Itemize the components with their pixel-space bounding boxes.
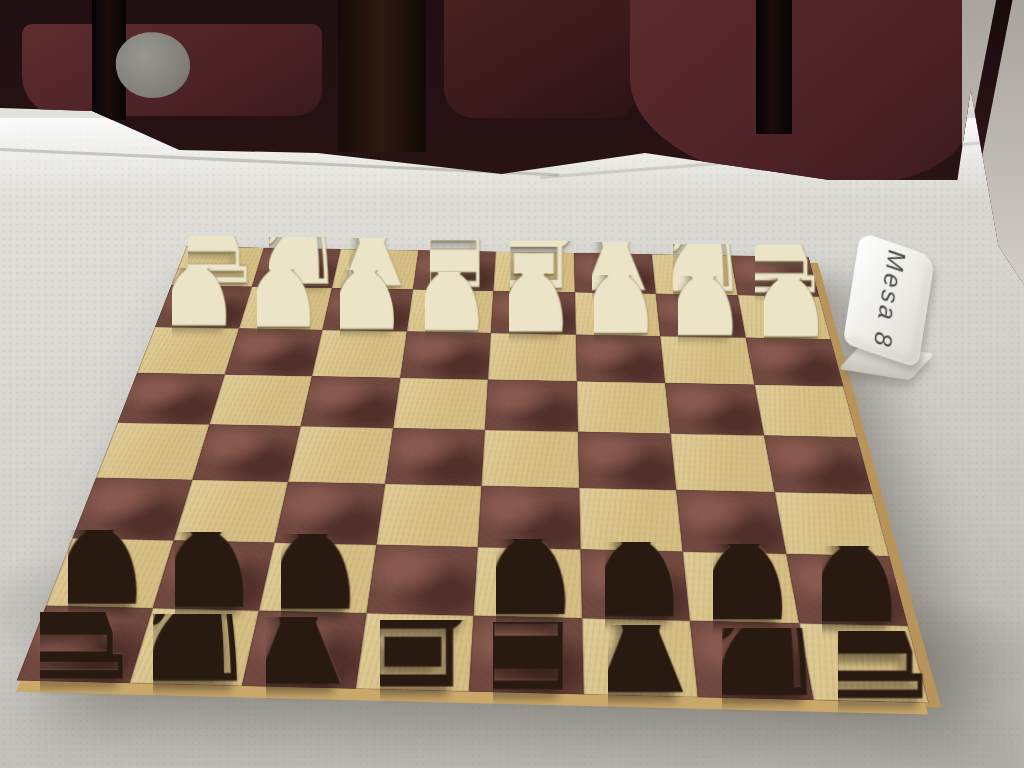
square-h4 [118, 373, 225, 425]
square-e2 [407, 289, 494, 333]
square-b3 [660, 336, 754, 384]
chair-frame-bar [338, 0, 426, 152]
table-number-text: Mesa 8 [867, 246, 910, 354]
square-e6 [376, 484, 482, 548]
square-g2 [239, 286, 332, 330]
square-e7 [366, 545, 478, 616]
square-a1 [730, 256, 819, 297]
square-a2 [737, 295, 830, 339]
square-f5 [288, 426, 392, 483]
square-g7 [152, 540, 274, 610]
square-f4 [301, 376, 400, 428]
chair-cushion [444, 0, 634, 118]
square-c8 [582, 618, 698, 697]
square-b7 [683, 552, 799, 623]
square-b2 [656, 294, 746, 338]
chair-frame-bar [756, 0, 792, 134]
square-a4 [754, 384, 857, 437]
square-c5 [578, 432, 677, 490]
square-h2 [155, 285, 252, 328]
square-a7 [786, 554, 908, 626]
square-b8 [690, 620, 813, 700]
square-e1 [413, 250, 496, 290]
square-f2 [322, 288, 412, 332]
square-b4 [665, 383, 764, 436]
square-h5 [96, 423, 209, 480]
square-c2 [575, 292, 661, 336]
square-d8 [469, 615, 583, 694]
square-d2 [491, 291, 576, 335]
square-e3 [400, 332, 491, 380]
square-b1 [652, 254, 738, 295]
square-a6 [774, 492, 889, 556]
square-c6 [579, 488, 683, 552]
square-f8 [242, 610, 366, 688]
square-g4 [209, 374, 312, 426]
square-f7 [259, 543, 376, 613]
square-a5 [764, 436, 873, 494]
square-d6 [478, 486, 580, 550]
square-a3 [745, 338, 843, 386]
square-g1 [252, 248, 341, 288]
square-c3 [575, 335, 665, 383]
square-g6 [173, 480, 288, 543]
square-f1 [332, 249, 418, 289]
square-h3 [137, 327, 238, 374]
square-b5 [671, 434, 775, 492]
square-d5 [482, 430, 579, 488]
table-number-sign: Mesa 8 [842, 239, 937, 362]
square-c1 [574, 253, 656, 294]
square-h6 [72, 478, 192, 541]
square-d4 [485, 379, 578, 431]
square-c4 [576, 381, 670, 434]
square-e8 [355, 613, 473, 692]
square-c7 [580, 549, 690, 620]
square-g8 [129, 608, 259, 686]
square-a8 [799, 623, 929, 703]
square-g3 [225, 329, 323, 376]
square-e4 [393, 378, 488, 430]
square-f6 [274, 482, 384, 545]
board: ♜♞♝♛♚♝♞♜♟♟♟♟♟♟♟♟♟♟♟♟♟♟♟♜♞♝♚♛♝♞♜ [17, 246, 929, 703]
square-h1 [171, 246, 263, 286]
chair-cushion [630, 0, 970, 186]
square-e5 [385, 428, 485, 486]
square-b6 [676, 490, 785, 554]
square-d7 [474, 547, 582, 618]
square-g5 [192, 424, 301, 481]
square-f3 [312, 330, 406, 378]
square-d1 [493, 252, 574, 292]
square-d3 [488, 333, 576, 381]
